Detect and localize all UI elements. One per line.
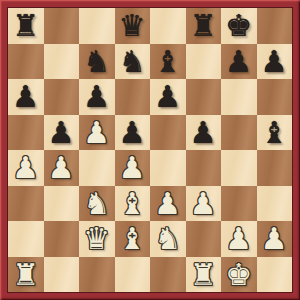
square-h5[interactable]: ♝: [257, 115, 293, 151]
white-bishop: ♝: [119, 186, 146, 221]
square-d6[interactable]: [115, 79, 151, 115]
black-king: ♚: [225, 8, 252, 43]
black-bishop: ♝: [261, 115, 288, 150]
square-g6[interactable]: [221, 79, 257, 115]
square-d5[interactable]: ♟: [115, 115, 151, 151]
square-f6[interactable]: [186, 79, 222, 115]
square-a8[interactable]: ♜: [8, 8, 44, 44]
black-pawn: ♟: [119, 115, 146, 150]
square-h1[interactable]: [257, 257, 293, 293]
square-h8[interactable]: [257, 8, 293, 44]
square-b3[interactable]: [44, 186, 80, 222]
white-knight: ♞: [154, 221, 181, 256]
square-f5[interactable]: ♟: [186, 115, 222, 151]
white-king: ♚: [225, 257, 252, 292]
square-a4[interactable]: ♟: [8, 150, 44, 186]
white-queen: ♛: [83, 221, 110, 256]
square-a5[interactable]: [8, 115, 44, 151]
square-b5[interactable]: ♟: [44, 115, 80, 151]
square-f8[interactable]: ♜: [186, 8, 222, 44]
white-pawn: ♟: [261, 221, 288, 256]
square-b6[interactable]: [44, 79, 80, 115]
black-pawn: ♟: [154, 79, 181, 114]
black-pawn: ♟: [12, 79, 39, 114]
square-e8[interactable]: [150, 8, 186, 44]
chess-board: ♜♛♜♚♞♞♝♟♟♟♟♟♟♟♟♟♝♟♟♟♞♝♟♟♛♝♞♟♟♜♜♚: [8, 8, 292, 292]
white-rook: ♜: [190, 257, 217, 292]
square-h6[interactable]: [257, 79, 293, 115]
square-e5[interactable]: [150, 115, 186, 151]
square-b7[interactable]: [44, 44, 80, 80]
white-rook: ♜: [12, 257, 39, 292]
square-f7[interactable]: [186, 44, 222, 80]
square-g1[interactable]: ♚: [221, 257, 257, 293]
white-pawn: ♟: [190, 186, 217, 221]
square-d2[interactable]: ♝: [115, 221, 151, 257]
black-rook: ♜: [190, 8, 217, 43]
square-e2[interactable]: ♞: [150, 221, 186, 257]
square-g3[interactable]: [221, 186, 257, 222]
square-a2[interactable]: [8, 221, 44, 257]
square-g8[interactable]: ♚: [221, 8, 257, 44]
square-h4[interactable]: [257, 150, 293, 186]
square-c8[interactable]: [79, 8, 115, 44]
board-frame: ♜♛♜♚♞♞♝♟♟♟♟♟♟♟♟♟♝♟♟♟♞♝♟♟♛♝♞♟♟♜♜♚: [0, 0, 300, 300]
black-pawn: ♟: [48, 115, 75, 150]
black-pawn: ♟: [261, 44, 288, 79]
square-c6[interactable]: ♟: [79, 79, 115, 115]
square-c4[interactable]: [79, 150, 115, 186]
square-c5[interactable]: ♟: [79, 115, 115, 151]
square-a6[interactable]: ♟: [8, 79, 44, 115]
square-g4[interactable]: [221, 150, 257, 186]
square-d8[interactable]: ♛: [115, 8, 151, 44]
square-c2[interactable]: ♛: [79, 221, 115, 257]
square-e3[interactable]: ♟: [150, 186, 186, 222]
square-e6[interactable]: ♟: [150, 79, 186, 115]
square-c1[interactable]: [79, 257, 115, 293]
square-h3[interactable]: [257, 186, 293, 222]
square-c7[interactable]: ♞: [79, 44, 115, 80]
white-pawn: ♟: [12, 150, 39, 185]
square-f2[interactable]: [186, 221, 222, 257]
square-f1[interactable]: ♜: [186, 257, 222, 293]
black-bishop: ♝: [154, 44, 181, 79]
square-e4[interactable]: [150, 150, 186, 186]
square-c3[interactable]: ♞: [79, 186, 115, 222]
square-e1[interactable]: [150, 257, 186, 293]
square-a7[interactable]: [8, 44, 44, 80]
square-a3[interactable]: [8, 186, 44, 222]
square-d4[interactable]: ♟: [115, 150, 151, 186]
square-g2[interactable]: ♟: [221, 221, 257, 257]
black-pawn: ♟: [190, 115, 217, 150]
square-d1[interactable]: [115, 257, 151, 293]
black-pawn: ♟: [83, 79, 110, 114]
square-h2[interactable]: ♟: [257, 221, 293, 257]
square-d3[interactable]: ♝: [115, 186, 151, 222]
square-g5[interactable]: [221, 115, 257, 151]
black-knight: ♞: [83, 44, 110, 79]
black-knight: ♞: [119, 44, 146, 79]
square-b8[interactable]: [44, 8, 80, 44]
white-pawn: ♟: [48, 150, 75, 185]
square-d7[interactable]: ♞: [115, 44, 151, 80]
square-b4[interactable]: ♟: [44, 150, 80, 186]
square-b2[interactable]: [44, 221, 80, 257]
white-pawn: ♟: [119, 150, 146, 185]
black-rook: ♜: [12, 8, 39, 43]
white-pawn: ♟: [83, 115, 110, 150]
white-knight: ♞: [83, 186, 110, 221]
white-pawn: ♟: [154, 186, 181, 221]
square-f4[interactable]: [186, 150, 222, 186]
white-bishop: ♝: [119, 221, 146, 256]
white-pawn: ♟: [225, 221, 252, 256]
square-b1[interactable]: [44, 257, 80, 293]
square-h7[interactable]: ♟: [257, 44, 293, 80]
black-queen: ♛: [119, 8, 146, 43]
square-e7[interactable]: ♝: [150, 44, 186, 80]
square-f3[interactable]: ♟: [186, 186, 222, 222]
square-a1[interactable]: ♜: [8, 257, 44, 293]
black-pawn: ♟: [225, 44, 252, 79]
square-g7[interactable]: ♟: [221, 44, 257, 80]
